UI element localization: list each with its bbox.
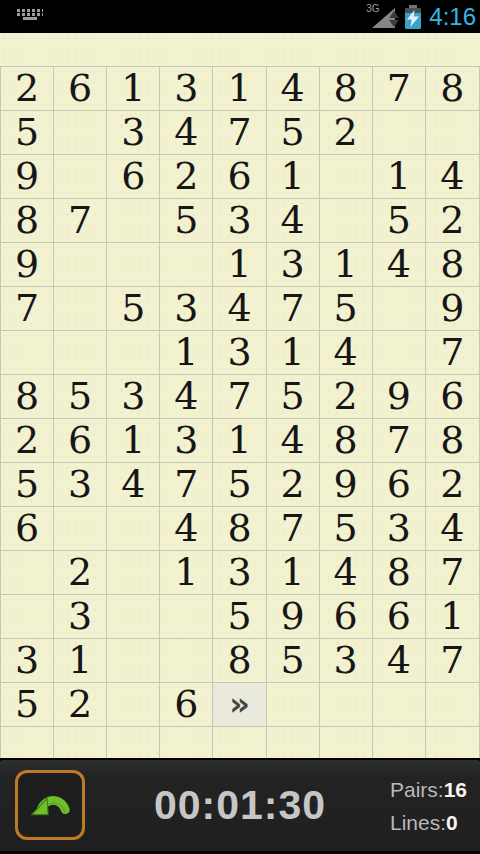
- number-cell[interactable]: 1: [213, 419, 266, 463]
- number-cell[interactable]: 6: [1, 507, 54, 551]
- number-cell[interactable]: 6: [213, 155, 266, 199]
- number-cell[interactable]: 6: [160, 683, 213, 727]
- empty-cell: [107, 639, 160, 683]
- empty-cell: [160, 727, 213, 758]
- number-cell[interactable]: 3: [267, 243, 320, 287]
- number-cell[interactable]: 5: [1, 463, 54, 507]
- number-cell[interactable]: 6: [373, 463, 426, 507]
- number-cell[interactable]: 5: [320, 287, 373, 331]
- number-cell[interactable]: 8: [213, 639, 266, 683]
- game-timer: 00:01:30: [154, 781, 326, 828]
- number-grid: 2613148785347529626114875345291314875347…: [0, 66, 480, 758]
- number-cell[interactable]: 6: [426, 375, 479, 419]
- number-cell[interactable]: 4: [320, 551, 373, 595]
- empty-cell: [213, 727, 266, 758]
- bottom-bar: 00:01:30 Pairs:16 Lines:0: [0, 758, 480, 854]
- number-cell[interactable]: 5: [373, 199, 426, 243]
- number-cell[interactable]: 8: [1, 375, 54, 419]
- number-cell[interactable]: 5: [213, 463, 266, 507]
- number-cell[interactable]: 3: [107, 375, 160, 419]
- empty-cell: [107, 507, 160, 551]
- number-cell[interactable]: 1: [213, 67, 266, 111]
- number-cell[interactable]: 2: [320, 375, 373, 419]
- number-cell[interactable]: 4: [373, 243, 426, 287]
- empty-cell: [54, 287, 107, 331]
- number-cell[interactable]: 8: [426, 243, 479, 287]
- number-cell[interactable]: 9: [267, 595, 320, 639]
- number-cell[interactable]: 3: [160, 67, 213, 111]
- empty-cell: [1, 595, 54, 639]
- empty-cell: [54, 243, 107, 287]
- empty-cell: [107, 595, 160, 639]
- empty-cell: [54, 727, 107, 758]
- number-cell[interactable]: 2: [267, 463, 320, 507]
- undo-button[interactable]: [15, 770, 85, 840]
- app-screen: 3G 4:16 26131487853475296261148753452913…: [0, 0, 480, 854]
- number-cell[interactable]: 3: [54, 463, 107, 507]
- pairs-label: Pairs:: [390, 778, 444, 801]
- number-cell[interactable]: 4: [160, 111, 213, 155]
- number-cell[interactable]: 8: [320, 419, 373, 463]
- number-cell[interactable]: 7: [426, 639, 479, 683]
- number-cell[interactable]: 3: [320, 639, 373, 683]
- number-cell[interactable]: 1: [107, 419, 160, 463]
- number-cell[interactable]: 3: [213, 551, 266, 595]
- number-cell[interactable]: 7: [426, 331, 479, 375]
- number-cell[interactable]: 4: [213, 287, 266, 331]
- number-cell[interactable]: 5: [267, 111, 320, 155]
- number-cell[interactable]: 2: [426, 199, 479, 243]
- status-bar: 3G 4:16: [0, 0, 480, 33]
- number-cell[interactable]: 6: [320, 595, 373, 639]
- number-cell[interactable]: 1: [213, 243, 266, 287]
- score-stats: Pairs:16 Lines:0: [390, 773, 467, 839]
- number-cell[interactable]: 4: [320, 331, 373, 375]
- number-cell[interactable]: 2: [160, 155, 213, 199]
- empty-cell: [160, 639, 213, 683]
- number-cell[interactable]: 5: [1, 683, 54, 727]
- game-board: 2613148785347529626114875345291314875347…: [0, 33, 480, 758]
- number-cell[interactable]: 9: [426, 287, 479, 331]
- deal-more-button[interactable]: »: [213, 683, 266, 727]
- empty-cell: [267, 683, 320, 727]
- empty-cell: [320, 727, 373, 758]
- pairs-value: 16: [444, 778, 467, 801]
- number-cell[interactable]: 8: [426, 67, 479, 111]
- number-cell[interactable]: 3: [213, 331, 266, 375]
- number-cell[interactable]: 7: [267, 507, 320, 551]
- number-cell[interactable]: 4: [267, 199, 320, 243]
- number-cell[interactable]: 4: [267, 419, 320, 463]
- number-cell[interactable]: 7: [213, 111, 266, 155]
- number-cell[interactable]: 6: [107, 155, 160, 199]
- status-clock: 4:16: [429, 0, 476, 33]
- number-cell[interactable]: 4: [267, 67, 320, 111]
- number-cell[interactable]: 7: [160, 463, 213, 507]
- number-cell[interactable]: 1: [320, 243, 373, 287]
- number-cell[interactable]: 3: [160, 287, 213, 331]
- number-cell[interactable]: 3: [54, 595, 107, 639]
- empty-cell: [426, 727, 479, 758]
- number-cell[interactable]: 5: [1, 111, 54, 155]
- number-cell[interactable]: 9: [373, 375, 426, 419]
- empty-cell: [54, 331, 107, 375]
- number-cell[interactable]: 8: [426, 419, 479, 463]
- number-cell[interactable]: 5: [213, 595, 266, 639]
- number-cell[interactable]: 7: [267, 287, 320, 331]
- number-cell[interactable]: 2: [426, 463, 479, 507]
- number-cell[interactable]: 3: [373, 507, 426, 551]
- number-cell[interactable]: 2: [320, 111, 373, 155]
- number-cell[interactable]: 6: [373, 595, 426, 639]
- charging-bolt-icon: [407, 10, 419, 27]
- empty-cell: [1, 551, 54, 595]
- number-cell[interactable]: 1: [160, 551, 213, 595]
- empty-cell: [1, 727, 54, 758]
- number-cell[interactable]: 4: [107, 463, 160, 507]
- empty-cell: [426, 111, 479, 155]
- number-cell[interactable]: 5: [267, 375, 320, 419]
- empty-cell: [54, 155, 107, 199]
- number-cell[interactable]: 2: [54, 683, 107, 727]
- number-cell[interactable]: 5: [160, 199, 213, 243]
- number-cell[interactable]: 7: [54, 199, 107, 243]
- network-activity-arrows-icon: [389, 11, 399, 27]
- empty-cell: [107, 243, 160, 287]
- number-cell[interactable]: 7: [426, 551, 479, 595]
- number-cell[interactable]: 7: [1, 287, 54, 331]
- number-cell[interactable]: 4: [426, 155, 479, 199]
- empty-cell: [320, 683, 373, 727]
- number-cell[interactable]: 7: [373, 419, 426, 463]
- number-cell[interactable]: 4: [160, 375, 213, 419]
- empty-cell: [54, 111, 107, 155]
- empty-cell: [373, 287, 426, 331]
- number-cell[interactable]: 5: [267, 639, 320, 683]
- number-cell[interactable]: 2: [54, 551, 107, 595]
- empty-cell: [320, 199, 373, 243]
- empty-cell: [107, 331, 160, 375]
- number-cell[interactable]: 3: [1, 639, 54, 683]
- empty-cell: [160, 243, 213, 287]
- number-cell[interactable]: 1: [373, 155, 426, 199]
- number-cell[interactable]: 8: [1, 199, 54, 243]
- battery-charging-icon: [405, 5, 421, 29]
- empty-cell: [373, 727, 426, 758]
- empty-cell: [107, 683, 160, 727]
- empty-cell: [320, 155, 373, 199]
- number-cell[interactable]: 8: [373, 551, 426, 595]
- empty-cell: [373, 111, 426, 155]
- number-cell[interactable]: 1: [107, 67, 160, 111]
- lines-label: Lines:: [390, 811, 446, 834]
- lines-value: 0: [446, 811, 458, 834]
- number-cell[interactable]: 1: [267, 155, 320, 199]
- number-cell[interactable]: 5: [107, 287, 160, 331]
- number-cell[interactable]: 3: [213, 199, 266, 243]
- number-cell[interactable]: 2: [1, 419, 54, 463]
- number-cell[interactable]: 2: [1, 67, 54, 111]
- number-cell[interactable]: 3: [160, 419, 213, 463]
- number-cell[interactable]: 3: [107, 111, 160, 155]
- number-cell[interactable]: 1: [267, 331, 320, 375]
- empty-cell: [426, 683, 479, 727]
- number-cell[interactable]: 1: [160, 331, 213, 375]
- empty-cell: [107, 199, 160, 243]
- number-cell[interactable]: 1: [54, 639, 107, 683]
- signal-strength-icon: 3G: [366, 4, 400, 30]
- empty-cell: [1, 331, 54, 375]
- number-cell[interactable]: 7: [373, 67, 426, 111]
- number-cell[interactable]: 6: [54, 419, 107, 463]
- number-cell[interactable]: 9: [1, 243, 54, 287]
- empty-cell: [54, 507, 107, 551]
- number-cell[interactable]: 7: [213, 375, 266, 419]
- pairs-stat: Pairs:16: [390, 773, 467, 806]
- number-cell[interactable]: 4: [426, 507, 479, 551]
- keyboard-icon: [17, 9, 43, 25]
- status-right-cluster: 3G 4:16: [366, 0, 476, 33]
- number-cell[interactable]: 6: [54, 67, 107, 111]
- number-cell[interactable]: 8: [320, 67, 373, 111]
- number-cell[interactable]: 5: [320, 507, 373, 551]
- empty-cell: [107, 551, 160, 595]
- empty-cell: [373, 683, 426, 727]
- number-cell[interactable]: 8: [213, 507, 266, 551]
- number-cell[interactable]: 1: [426, 595, 479, 639]
- number-cell[interactable]: 9: [1, 155, 54, 199]
- number-cell[interactable]: 9: [320, 463, 373, 507]
- number-cell[interactable]: 1: [267, 551, 320, 595]
- empty-cell: [160, 595, 213, 639]
- empty-cell: [107, 727, 160, 758]
- number-cell[interactable]: 5: [54, 375, 107, 419]
- empty-cell: [267, 727, 320, 758]
- number-cell[interactable]: 4: [160, 507, 213, 551]
- undo-arrow-icon: [27, 782, 73, 828]
- number-cell[interactable]: 4: [373, 639, 426, 683]
- empty-cell: [373, 331, 426, 375]
- lines-stat: Lines:0: [390, 806, 467, 839]
